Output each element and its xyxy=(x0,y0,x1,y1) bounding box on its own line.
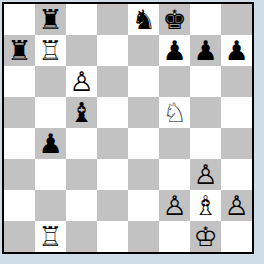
piece-white-pawn: ♙ xyxy=(162,190,186,221)
piece-black-rook: ♜ xyxy=(38,4,62,35)
square-e4[interactable] xyxy=(128,128,159,159)
square-c8[interactable] xyxy=(66,4,97,35)
piece-black-king: ♚ xyxy=(162,4,186,35)
square-d8[interactable] xyxy=(97,4,128,35)
piece-white-rook: ♖ xyxy=(38,35,62,66)
square-c6[interactable]: ♙ xyxy=(66,66,97,97)
piece-black-rook: ♜ xyxy=(7,35,31,66)
square-d5[interactable] xyxy=(97,97,128,128)
square-e2[interactable] xyxy=(128,190,159,221)
square-b2[interactable] xyxy=(35,190,66,221)
piece-white-rook: ♖ xyxy=(38,221,62,252)
square-d7[interactable] xyxy=(97,35,128,66)
square-b4[interactable]: ♟ xyxy=(35,128,66,159)
square-e6[interactable] xyxy=(128,66,159,97)
piece-black-knight: ♞ xyxy=(131,4,155,35)
square-g2[interactable]: ♗ xyxy=(190,190,221,221)
piece-black-pawn: ♟ xyxy=(224,35,248,66)
square-f1[interactable] xyxy=(159,221,190,252)
square-d2[interactable] xyxy=(97,190,128,221)
piece-white-knight: ♘ xyxy=(162,97,186,128)
square-c7[interactable] xyxy=(66,35,97,66)
square-d4[interactable] xyxy=(97,128,128,159)
square-c1[interactable] xyxy=(66,221,97,252)
square-f2[interactable]: ♙ xyxy=(159,190,190,221)
window-frame: ♜♞♚♜♖♟♟♟♙♝♘♟♙♙♗♙♖♔ xyxy=(0,0,264,264)
square-e7[interactable] xyxy=(128,35,159,66)
square-e8[interactable]: ♞ xyxy=(128,4,159,35)
piece-white-king: ♔ xyxy=(193,221,217,252)
square-b7[interactable]: ♖ xyxy=(35,35,66,66)
square-d6[interactable] xyxy=(97,66,128,97)
square-f3[interactable] xyxy=(159,159,190,190)
square-e1[interactable] xyxy=(128,221,159,252)
piece-black-pawn: ♟ xyxy=(193,35,217,66)
square-g3[interactable]: ♙ xyxy=(190,159,221,190)
square-a1[interactable] xyxy=(4,221,35,252)
square-b6[interactable] xyxy=(35,66,66,97)
square-a7[interactable]: ♜ xyxy=(4,35,35,66)
square-f4[interactable] xyxy=(159,128,190,159)
square-e3[interactable] xyxy=(128,159,159,190)
piece-black-bishop: ♝ xyxy=(69,97,93,128)
square-g8[interactable] xyxy=(190,4,221,35)
square-b5[interactable] xyxy=(35,97,66,128)
square-h7[interactable]: ♟ xyxy=(221,35,252,66)
square-a8[interactable] xyxy=(4,4,35,35)
square-f8[interactable]: ♚ xyxy=(159,4,190,35)
square-a6[interactable] xyxy=(4,66,35,97)
square-h8[interactable] xyxy=(221,4,252,35)
square-a4[interactable] xyxy=(4,128,35,159)
square-h1[interactable] xyxy=(221,221,252,252)
square-c4[interactable] xyxy=(66,128,97,159)
piece-white-bishop: ♗ xyxy=(193,190,217,221)
square-b3[interactable] xyxy=(35,159,66,190)
square-g7[interactable]: ♟ xyxy=(190,35,221,66)
piece-black-pawn: ♟ xyxy=(38,128,62,159)
square-h3[interactable] xyxy=(221,159,252,190)
square-h6[interactable] xyxy=(221,66,252,97)
square-g5[interactable] xyxy=(190,97,221,128)
square-f5[interactable]: ♘ xyxy=(159,97,190,128)
square-c5[interactable]: ♝ xyxy=(66,97,97,128)
square-c2[interactable] xyxy=(66,190,97,221)
square-b1[interactable]: ♖ xyxy=(35,221,66,252)
square-a3[interactable] xyxy=(4,159,35,190)
square-a5[interactable] xyxy=(4,97,35,128)
piece-white-pawn: ♙ xyxy=(69,66,93,97)
square-f6[interactable] xyxy=(159,66,190,97)
square-g1[interactable]: ♔ xyxy=(190,221,221,252)
square-b8[interactable]: ♜ xyxy=(35,4,66,35)
square-c3[interactable] xyxy=(66,159,97,190)
square-f7[interactable]: ♟ xyxy=(159,35,190,66)
square-h5[interactable] xyxy=(221,97,252,128)
square-g4[interactable] xyxy=(190,128,221,159)
square-e5[interactable] xyxy=(128,97,159,128)
square-h4[interactable] xyxy=(221,128,252,159)
square-g6[interactable] xyxy=(190,66,221,97)
piece-white-pawn: ♙ xyxy=(193,159,217,190)
square-a2[interactable] xyxy=(4,190,35,221)
square-h2[interactable]: ♙ xyxy=(221,190,252,221)
square-d1[interactable] xyxy=(97,221,128,252)
chess-board: ♜♞♚♜♖♟♟♟♙♝♘♟♙♙♗♙♖♔ xyxy=(2,2,254,254)
square-d3[interactable] xyxy=(97,159,128,190)
piece-black-pawn: ♟ xyxy=(162,35,186,66)
piece-white-pawn: ♙ xyxy=(224,190,248,221)
